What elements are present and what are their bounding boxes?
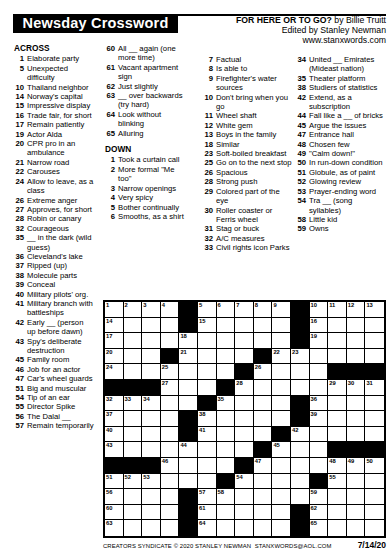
clue-column-1: ACROSS1Elaborate party5Unexpected diffic… bbox=[12, 44, 94, 431]
clue-number: 8 bbox=[201, 64, 216, 73]
clue-across-65: 65Alluring bbox=[103, 129, 189, 138]
cell-number: 45 bbox=[273, 442, 279, 449]
cell-r9c14[interactable] bbox=[347, 427, 366, 443]
clue-number: 44 bbox=[294, 111, 309, 120]
clue-number: 37 bbox=[12, 261, 27, 270]
clue-text: Trade fair, for short bbox=[27, 111, 94, 120]
clue-across-24: 24Allow to leave, as a class bbox=[12, 177, 94, 196]
cell-r7c12[interactable]: 36 bbox=[310, 396, 329, 412]
clue-number: 36 bbox=[12, 252, 27, 261]
cell-r7c3[interactable]: 34 bbox=[142, 396, 161, 412]
cell-r12c1[interactable]: 51 bbox=[105, 474, 124, 490]
clue-number: 47 bbox=[294, 130, 309, 139]
cell-r14c13[interactable] bbox=[328, 505, 347, 521]
cell-r2c3[interactable] bbox=[142, 318, 161, 334]
cell-number: 24 bbox=[106, 364, 112, 371]
cell-r4c7[interactable] bbox=[217, 349, 236, 365]
clue-down-45: 45Argue the issues bbox=[294, 121, 386, 130]
cell-r1c15[interactable]: 13 bbox=[365, 302, 384, 318]
cell-number: 63 bbox=[106, 520, 112, 527]
footer-date: 7/14/20 bbox=[358, 540, 386, 550]
clue-text: CPR pro in an ambulance bbox=[27, 139, 94, 158]
cell-r3c9[interactable] bbox=[254, 333, 273, 349]
cell-r8c8[interactable] bbox=[235, 411, 254, 427]
cell-r5c4[interactable]: 25 bbox=[161, 364, 180, 380]
cell-r10c7[interactable] bbox=[217, 442, 236, 458]
cell-r3c6[interactable] bbox=[198, 333, 217, 349]
cell-r1c8[interactable]: 7 bbox=[235, 302, 254, 318]
clue-text: In run-down condition bbox=[309, 158, 386, 167]
cell-r2c6[interactable]: 15 bbox=[198, 318, 217, 334]
cell-number: 25 bbox=[162, 364, 168, 371]
cell-r5c12[interactable] bbox=[310, 364, 329, 380]
cell-r3c13[interactable] bbox=[328, 333, 347, 349]
cell-r5c2[interactable] bbox=[124, 364, 143, 380]
cell-r14c8[interactable] bbox=[235, 505, 254, 521]
clue-number: 16 bbox=[12, 111, 27, 120]
cell-number: 31 bbox=[366, 380, 372, 387]
clue-text: __ in the dark (wild guess) bbox=[27, 233, 94, 252]
clue-number: 45 bbox=[294, 121, 309, 130]
cell-r4c11[interactable]: 23 bbox=[291, 349, 310, 365]
cell-r11c15[interactable]: 50 bbox=[365, 458, 384, 474]
cell-r3c14[interactable] bbox=[347, 333, 366, 349]
clue-text: Narrow road bbox=[27, 158, 94, 167]
cell-number: 9 bbox=[273, 302, 276, 309]
clue-down-12: 12White gem bbox=[201, 121, 292, 130]
cell-r2c10[interactable] bbox=[272, 318, 291, 334]
cell-r6c6[interactable] bbox=[198, 380, 217, 396]
cell-r8c12[interactable]: 39 bbox=[310, 411, 329, 427]
cell-r2c14[interactable] bbox=[347, 318, 366, 334]
cell-r15c9[interactable] bbox=[254, 520, 273, 536]
cell-r9c13[interactable] bbox=[328, 427, 347, 443]
cell-r15c10[interactable] bbox=[272, 520, 291, 536]
masthead-title: Newsday Crossword bbox=[22, 15, 168, 31]
cell-r3c5[interactable]: 18 bbox=[179, 333, 198, 349]
cell-r1c2[interactable]: 2 bbox=[124, 302, 143, 318]
cell-r11c5[interactable] bbox=[179, 458, 198, 474]
cell-r12c9[interactable] bbox=[254, 474, 273, 490]
cell-r9c1[interactable]: 40 bbox=[105, 427, 124, 443]
clue-text: More formal "Me too" bbox=[118, 165, 189, 184]
cell-r11c12[interactable] bbox=[310, 458, 329, 474]
cell-r13c8[interactable] bbox=[235, 489, 254, 505]
cell-r12c2[interactable]: 52 bbox=[124, 474, 143, 490]
cell-r13c2[interactable] bbox=[124, 489, 143, 505]
cell-r3c12[interactable]: 19 bbox=[310, 333, 329, 349]
cell-r1c13[interactable]: 11 bbox=[328, 302, 347, 318]
clue-text: Spy's deliberate destruction bbox=[27, 337, 94, 356]
cell-number: 3 bbox=[143, 302, 146, 309]
black-square-r12c7 bbox=[217, 474, 236, 490]
clue-across-27: 27Approves, for short bbox=[12, 205, 94, 214]
cell-r12c6[interactable] bbox=[198, 474, 217, 490]
cell-r9c2[interactable] bbox=[124, 427, 143, 443]
black-square-r10c9 bbox=[254, 442, 273, 458]
cell-r10c10[interactable]: 45 bbox=[272, 442, 291, 458]
clue-across-21: 21Narrow road bbox=[12, 158, 94, 167]
cell-number: 37 bbox=[106, 411, 112, 418]
cell-r3c3[interactable] bbox=[142, 333, 161, 349]
cell-r10c5[interactable]: 44 bbox=[179, 442, 198, 458]
cell-r1c10[interactable]: 9 bbox=[272, 302, 291, 318]
clue-text: Car's wheel guards bbox=[27, 374, 94, 383]
black-square-r9c10 bbox=[272, 427, 291, 443]
clue-down-32: 32A/C measures bbox=[201, 234, 292, 243]
cell-r9c15[interactable] bbox=[365, 427, 384, 443]
cell-number: 18 bbox=[180, 333, 186, 340]
cell-r2c2[interactable] bbox=[124, 318, 143, 334]
cell-r4c14[interactable] bbox=[347, 349, 366, 365]
clue-number: 10 bbox=[12, 83, 27, 92]
black-square-r1c11 bbox=[291, 302, 310, 318]
cell-r14c6[interactable]: 61 bbox=[198, 505, 217, 521]
cell-r6c4[interactable]: 27 bbox=[161, 380, 180, 396]
clue-number: 21 bbox=[12, 158, 27, 167]
black-square-r7c11 bbox=[291, 396, 310, 412]
clue-text: Extend, as a subscription bbox=[309, 93, 386, 112]
cell-r5c1[interactable]: 24 bbox=[105, 364, 124, 380]
cell-r3c7[interactable] bbox=[217, 333, 236, 349]
cell-r13c14[interactable] bbox=[347, 489, 366, 505]
clue-text: Go on to the next stop bbox=[216, 158, 292, 167]
cell-r1c9[interactable]: 8 bbox=[254, 302, 273, 318]
cell-r9c11[interactable]: 42 bbox=[291, 427, 310, 443]
cell-r10c1[interactable]: 43 bbox=[105, 442, 124, 458]
cell-r6c5[interactable] bbox=[179, 380, 198, 396]
cell-r13c1[interactable]: 56 bbox=[105, 489, 124, 505]
clue-across-46: 46Job for an actor bbox=[12, 365, 94, 374]
cell-r6c11[interactable] bbox=[291, 380, 310, 396]
cell-r15c14[interactable] bbox=[347, 520, 366, 536]
cell-r6c8[interactable]: 28 bbox=[235, 380, 254, 396]
cell-r13c4[interactable] bbox=[161, 489, 180, 505]
clue-text: Stag or buck bbox=[216, 224, 292, 233]
clue-down-5: 5Bother continually bbox=[103, 203, 189, 212]
cell-r1c1[interactable]: 1 bbox=[105, 302, 124, 318]
cell-r4c10[interactable]: 22 bbox=[272, 349, 291, 365]
cell-r13c10[interactable] bbox=[272, 489, 291, 505]
cell-r7c7[interactable]: 35 bbox=[217, 396, 236, 412]
cell-r7c2[interactable]: 33 bbox=[124, 396, 143, 412]
clue-number: 45 bbox=[12, 355, 27, 364]
cell-r4c6[interactable] bbox=[198, 349, 217, 365]
cell-r2c9[interactable] bbox=[254, 318, 273, 334]
cell-r12c11[interactable] bbox=[291, 474, 310, 490]
cell-r3c15[interactable] bbox=[365, 333, 384, 349]
cell-r15c7[interactable] bbox=[217, 520, 236, 536]
cell-r7c15[interactable] bbox=[365, 396, 384, 412]
cell-r10c2[interactable] bbox=[124, 442, 143, 458]
cell-r7c4[interactable] bbox=[161, 396, 180, 412]
cell-r15c6[interactable]: 64 bbox=[198, 520, 217, 536]
clue-text: Cleveland's lake bbox=[27, 252, 94, 261]
cell-number: 42 bbox=[292, 427, 298, 434]
cell-r12c14[interactable] bbox=[347, 474, 366, 490]
cell-r4c3[interactable] bbox=[142, 349, 161, 365]
black-square-r15c11 bbox=[291, 520, 310, 536]
clue-text: Soft-boiled breakfast bbox=[216, 149, 292, 158]
clue-across-28: 28Robin or canary bbox=[12, 214, 94, 223]
cell-r4c12[interactable] bbox=[310, 349, 329, 365]
cell-r14c15[interactable] bbox=[365, 505, 384, 521]
clue-number: 51 bbox=[12, 384, 27, 393]
cell-r13c7[interactable]: 58 bbox=[217, 489, 236, 505]
clue-number: 27 bbox=[12, 205, 27, 214]
clue-text: Chosen few bbox=[309, 140, 386, 149]
cell-r7c9[interactable] bbox=[254, 396, 273, 412]
cell-r15c8[interactable] bbox=[235, 520, 254, 536]
clue-column-2: 60All __ again (one more time)61Vacant a… bbox=[103, 44, 189, 221]
cell-r5c7[interactable] bbox=[217, 364, 236, 380]
cell-r15c13[interactable] bbox=[328, 520, 347, 536]
clue-down-50: 50In run-down condition bbox=[294, 158, 386, 167]
cell-r15c3[interactable] bbox=[142, 520, 161, 536]
cell-r5c11[interactable] bbox=[291, 364, 310, 380]
cell-r14c2[interactable] bbox=[124, 505, 143, 521]
cell-r13c3[interactable] bbox=[142, 489, 161, 505]
cell-r15c2[interactable] bbox=[124, 520, 143, 536]
cell-r8c7[interactable] bbox=[217, 411, 236, 427]
cell-r15c1[interactable]: 63 bbox=[105, 520, 124, 536]
cell-r12c13[interactable]: 55 bbox=[328, 474, 347, 490]
cell-r14c14[interactable] bbox=[347, 505, 366, 521]
cell-r8c4[interactable] bbox=[161, 411, 180, 427]
cell-r7c13[interactable] bbox=[328, 396, 347, 412]
cell-r2c15[interactable] bbox=[365, 318, 384, 334]
clue-across-35: 35__ in the dark (wild guess) bbox=[12, 233, 94, 252]
cell-r13c6[interactable]: 57 bbox=[198, 489, 217, 505]
clue-text: Spacious bbox=[216, 168, 292, 177]
cell-r7c10[interactable] bbox=[272, 396, 291, 412]
black-square-r12c12 bbox=[310, 474, 329, 490]
cell-r4c1[interactable]: 20 bbox=[105, 349, 124, 365]
cell-r5c3[interactable] bbox=[142, 364, 161, 380]
cell-r7c5[interactable] bbox=[179, 396, 198, 412]
cell-r11c4[interactable]: 46 bbox=[161, 458, 180, 474]
cell-r2c1[interactable]: 14 bbox=[105, 318, 124, 334]
cell-r2c8[interactable] bbox=[235, 318, 254, 334]
cell-r13c13[interactable] bbox=[328, 489, 347, 505]
cell-r6c13[interactable]: 29 bbox=[328, 380, 347, 396]
clue-number: 38 bbox=[294, 83, 309, 92]
clue-across-15: 15Impressive display bbox=[12, 101, 94, 110]
cell-r9c4[interactable] bbox=[161, 427, 180, 443]
clue-number: 51 bbox=[294, 168, 309, 177]
cell-r8c2[interactable] bbox=[124, 411, 143, 427]
cell-r8c13[interactable] bbox=[328, 411, 347, 427]
clue-down-51: 51Globule, as of paint bbox=[294, 168, 386, 177]
cell-r5c5[interactable] bbox=[179, 364, 198, 380]
clue-number: 58 bbox=[294, 215, 309, 224]
cell-r3c2[interactable] bbox=[124, 333, 143, 349]
cell-r7c8[interactable] bbox=[235, 396, 254, 412]
cell-r4c2[interactable] bbox=[124, 349, 143, 365]
cell-number: 32 bbox=[106, 396, 112, 403]
cell-r13c11[interactable] bbox=[291, 489, 310, 505]
cell-r11c6[interactable] bbox=[198, 458, 217, 474]
clue-across-26: 26Extreme anger bbox=[12, 196, 94, 205]
black-square-r10c13 bbox=[328, 442, 347, 458]
cell-r9c3[interactable] bbox=[142, 427, 161, 443]
clue-text: Look without blinking bbox=[118, 110, 189, 129]
cell-r3c8[interactable] bbox=[235, 333, 254, 349]
cell-r13c9[interactable] bbox=[254, 489, 273, 505]
clue-number: 52 bbox=[294, 177, 309, 186]
cell-r1c12[interactable]: 10 bbox=[310, 302, 329, 318]
cell-r12c5[interactable] bbox=[179, 474, 198, 490]
clue-text: Ripped (up) bbox=[27, 261, 94, 270]
clue-text: Argue the issues bbox=[309, 121, 386, 130]
clue-text: Elaborate party bbox=[27, 54, 94, 63]
cell-r11c14[interactable]: 49 bbox=[347, 458, 366, 474]
clue-text: Allow to leave, as a class bbox=[27, 177, 94, 196]
cell-r14c12[interactable]: 62 bbox=[310, 505, 329, 521]
cell-r13c15[interactable] bbox=[365, 489, 384, 505]
clue-number: 31 bbox=[201, 224, 216, 233]
cell-r12c10[interactable] bbox=[272, 474, 291, 490]
clue-number: 11 bbox=[201, 111, 216, 120]
cell-r9c9[interactable] bbox=[254, 427, 273, 443]
cell-r8c15[interactable] bbox=[365, 411, 384, 427]
clue-number: 4 bbox=[103, 193, 118, 202]
clue-down-38: 38Studiers of statistics bbox=[294, 83, 386, 92]
cell-r14c3[interactable] bbox=[142, 505, 161, 521]
cell-r2c7[interactable] bbox=[217, 318, 236, 334]
cell-number: 27 bbox=[162, 380, 168, 387]
cell-number: 19 bbox=[311, 333, 317, 340]
cell-r10c3[interactable] bbox=[142, 442, 161, 458]
cell-r14c9[interactable] bbox=[254, 505, 273, 521]
cell-r9c6[interactable]: 41 bbox=[198, 427, 217, 443]
puzzle-title: FOR HERE OR TO GO? bbox=[236, 15, 332, 25]
cell-r3c1[interactable]: 17 bbox=[105, 333, 124, 349]
cell-r6c9[interactable] bbox=[254, 380, 273, 396]
cell-r15c15[interactable] bbox=[365, 520, 384, 536]
cell-r4c15[interactable] bbox=[365, 349, 384, 365]
cell-r13c12[interactable]: 59 bbox=[310, 489, 329, 505]
cell-r9c7[interactable] bbox=[217, 427, 236, 443]
cell-number: 23 bbox=[292, 349, 298, 356]
clue-number: 5 bbox=[103, 203, 118, 212]
cell-r9c8[interactable] bbox=[235, 427, 254, 443]
clue-text: Thailand neighbor bbox=[27, 83, 94, 92]
clue-text: White gem bbox=[216, 121, 292, 130]
cell-r8c10[interactable] bbox=[272, 411, 291, 427]
clue-text: Strong push bbox=[216, 177, 292, 186]
cell-r10c6[interactable] bbox=[198, 442, 217, 458]
cell-number: 61 bbox=[199, 505, 205, 512]
cell-r10c11[interactable] bbox=[291, 442, 310, 458]
clue-number: 46 bbox=[12, 365, 27, 374]
cell-r8c9[interactable] bbox=[254, 411, 273, 427]
cell-r14c4[interactable] bbox=[161, 505, 180, 521]
clue-text: Similar bbox=[216, 140, 292, 149]
cell-r6c15[interactable]: 31 bbox=[365, 380, 384, 396]
cell-r14c1[interactable]: 60 bbox=[105, 505, 124, 521]
cell-r6c10[interactable] bbox=[272, 380, 291, 396]
clue-down-10: 10Don't bring when you go bbox=[201, 93, 292, 112]
clue-across-51: 51Big and muscular bbox=[12, 384, 94, 393]
cell-r6c12[interactable] bbox=[310, 380, 329, 396]
cell-number: 59 bbox=[311, 489, 317, 496]
black-square-r6c7 bbox=[217, 380, 236, 396]
cell-r12c4[interactable] bbox=[161, 474, 180, 490]
cell-r5c6[interactable] bbox=[198, 364, 217, 380]
cell-r1c4[interactable]: 4 bbox=[161, 302, 180, 318]
cell-r11c7[interactable] bbox=[217, 458, 236, 474]
cell-r2c4[interactable] bbox=[161, 318, 180, 334]
cell-r14c10[interactable] bbox=[272, 505, 291, 521]
clue-number: 34 bbox=[294, 55, 309, 74]
black-square-r14c5 bbox=[179, 505, 198, 521]
cell-r4c13[interactable] bbox=[328, 349, 347, 365]
clue-text: Vacant apartment sign bbox=[118, 63, 189, 82]
cell-r15c4[interactable] bbox=[161, 520, 180, 536]
cell-r12c8[interactable]: 54 bbox=[235, 474, 254, 490]
cell-r5c9[interactable]: 26 bbox=[254, 364, 273, 380]
clue-number: 28 bbox=[201, 177, 216, 186]
cell-number: 52 bbox=[125, 474, 131, 481]
cell-r1c3[interactable]: 3 bbox=[142, 302, 161, 318]
cell-r2c12[interactable]: 16 bbox=[310, 318, 329, 334]
cell-r8c1[interactable]: 37 bbox=[105, 411, 124, 427]
black-square-r15c5 bbox=[179, 520, 198, 536]
cell-r4c8[interactable] bbox=[235, 349, 254, 365]
cell-r8c6[interactable]: 38 bbox=[198, 411, 217, 427]
cell-r6c14[interactable]: 30 bbox=[347, 380, 366, 396]
cell-r1c7[interactable]: 6 bbox=[217, 302, 236, 318]
black-square-r2c11 bbox=[291, 318, 310, 334]
cell-r4c5[interactable]: 21 bbox=[179, 349, 198, 365]
clue-text: Colored part of the eye bbox=[216, 187, 292, 206]
cell-r11c13[interactable]: 48 bbox=[328, 458, 347, 474]
clue-across-32: 32Courageous bbox=[12, 224, 94, 233]
clue-down-13: 13Boys in the family bbox=[201, 130, 292, 139]
black-square-r11c2 bbox=[124, 458, 143, 474]
cell-r11c11[interactable] bbox=[291, 458, 310, 474]
cell-r9c12[interactable] bbox=[310, 427, 329, 443]
cell-r8c3[interactable] bbox=[142, 411, 161, 427]
cell-r10c4[interactable] bbox=[161, 442, 180, 458]
cell-r10c12[interactable] bbox=[310, 442, 329, 458]
cell-r1c14[interactable]: 12 bbox=[347, 302, 366, 318]
cell-r7c1[interactable]: 32 bbox=[105, 396, 124, 412]
clue-number: 23 bbox=[201, 149, 216, 158]
clue-text: Just slightly bbox=[118, 82, 189, 91]
cell-r3c4[interactable] bbox=[161, 333, 180, 349]
cell-r3c10[interactable] bbox=[272, 333, 291, 349]
cell-r5c10[interactable] bbox=[272, 364, 291, 380]
cell-number: 40 bbox=[106, 427, 112, 434]
cell-r15c12[interactable]: 65 bbox=[310, 520, 329, 536]
cell-r1c6[interactable]: 5 bbox=[198, 302, 217, 318]
cell-r7c14[interactable] bbox=[347, 396, 366, 412]
cell-r12c3[interactable]: 53 bbox=[142, 474, 161, 490]
clue-heading-down: DOWN bbox=[105, 145, 189, 154]
cell-r2c13[interactable] bbox=[328, 318, 347, 334]
cell-r11c10[interactable] bbox=[272, 458, 291, 474]
cell-r12c15[interactable] bbox=[365, 474, 384, 490]
cell-r14c7[interactable] bbox=[217, 505, 236, 521]
cell-r11c9[interactable]: 47 bbox=[254, 458, 273, 474]
cell-r10c8[interactable] bbox=[235, 442, 254, 458]
clue-number: 26 bbox=[12, 196, 27, 205]
black-square-r8c11 bbox=[291, 411, 310, 427]
cell-r8c14[interactable] bbox=[347, 411, 366, 427]
cell-number: 2 bbox=[125, 302, 128, 309]
